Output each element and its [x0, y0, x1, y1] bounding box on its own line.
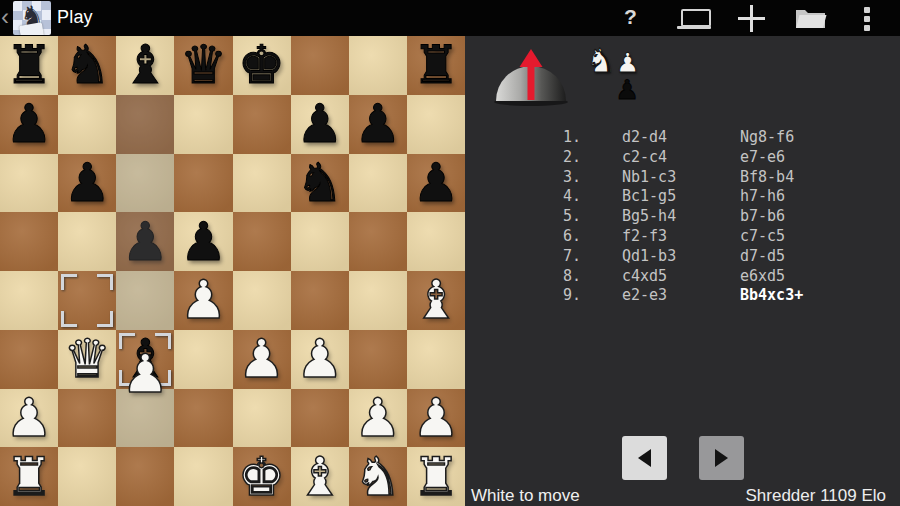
black-move: e7-e6 — [740, 148, 885, 168]
square-e6[interactable] — [233, 154, 291, 213]
square-c8[interactable]: ♝ — [116, 36, 174, 95]
white-move: Bg5-h4 — [622, 207, 740, 227]
white-knight[interactable]: ♞ — [349, 447, 407, 506]
square-h6[interactable]: ♟ — [407, 154, 465, 213]
black-move: d7-d5 — [740, 247, 885, 267]
black-pawn[interactable]: ♟ — [349, 95, 407, 154]
white-move: d2-d4 — [622, 128, 740, 148]
move-number: 6. — [465, 227, 581, 247]
move-row[interactable]: 8.c4xd5e6xd5 — [465, 267, 885, 287]
square-h7[interactable] — [407, 95, 465, 154]
square-g1[interactable]: ♞ — [349, 447, 407, 506]
square-c1[interactable] — [116, 447, 174, 506]
move-number: 7. — [465, 247, 581, 267]
app-logo-icon: ♞ — [13, 1, 51, 35]
square-b1[interactable] — [58, 447, 116, 506]
square-f2[interactable] — [291, 389, 349, 448]
square-g6[interactable] — [349, 154, 407, 213]
black-move: h7-h6 — [740, 187, 885, 207]
square-b3[interactable]: ♛ — [58, 330, 116, 389]
square-c5[interactable]: ♟ — [116, 212, 174, 271]
square-d6[interactable] — [174, 154, 232, 213]
black-move: e6xd5 — [740, 267, 885, 287]
black-pawn[interactable]: ♟ — [291, 95, 349, 154]
square-c7[interactable] — [116, 95, 174, 154]
captured-black-pawn: ♟ — [615, 76, 639, 104]
black-pawn[interactable]: ♟ — [116, 212, 174, 271]
square-e3[interactable]: ♟ — [233, 330, 291, 389]
square-g3[interactable] — [349, 330, 407, 389]
turn-status: White to move — [471, 486, 580, 506]
white-pawn[interactable]: ♟ — [291, 330, 349, 389]
white-bishop[interactable]: ♝ — [407, 271, 465, 330]
move-list: 1.d2-d4Ng8-f62.c2-c4e7-e63.Nb1-c3Bf8-b44… — [465, 128, 885, 306]
move-row[interactable]: 7.Qd1-b3d7-d5 — [465, 247, 885, 267]
move-row[interactable]: 4.Bc1-g5h7-h6 — [465, 187, 885, 207]
square-b2[interactable] — [58, 389, 116, 448]
square-b4[interactable] — [58, 271, 116, 330]
square-e4[interactable] — [233, 271, 291, 330]
white-move: e2-e3 — [622, 286, 740, 306]
white-move: Nb1-c3 — [622, 168, 740, 188]
white-move: Bc1-g5 — [622, 187, 740, 207]
white-move: Qd1-b3 — [622, 247, 740, 267]
move-number: 5. — [465, 207, 581, 227]
white-pawn[interactable]: ♟ — [349, 389, 407, 448]
square-g8[interactable] — [349, 36, 407, 95]
square-d8[interactable]: ♛ — [174, 36, 232, 95]
square-g7[interactable]: ♟ — [349, 95, 407, 154]
white-pawn[interactable]: ♟ — [407, 389, 465, 448]
square-a3[interactable] — [0, 330, 58, 389]
page-title: Play — [57, 7, 93, 28]
open-file-icon[interactable] — [795, 7, 827, 33]
square-h2[interactable]: ♟ — [407, 389, 465, 448]
move-number: 8. — [465, 267, 581, 287]
black-move: c7-c5 — [740, 227, 885, 247]
left-arrow-icon — [638, 449, 651, 467]
move-row[interactable]: 5.Bg5-h4b7-b6 — [465, 207, 885, 227]
captured-by-white: ♟ — [615, 76, 639, 104]
black-queen[interactable]: ♛ — [174, 36, 232, 95]
square-a7[interactable]: ♟ — [0, 95, 58, 154]
square-f7[interactable]: ♟ — [291, 95, 349, 154]
previous-move-button[interactable] — [622, 436, 667, 480]
square-a5[interactable] — [0, 212, 58, 271]
chess-board[interactable]: ♜♞♝♛♚♜♟♟♟♟♞♟♟♟♟♝♛♝♟♟♟♟♟♟♜♚♝♞♜ — [0, 36, 465, 506]
move-number: 1. — [465, 128, 581, 148]
square-h5[interactable] — [407, 212, 465, 271]
move-number: 2. — [465, 148, 581, 168]
square-h4[interactable]: ♝ — [407, 271, 465, 330]
square-f3[interactable]: ♟ — [291, 330, 349, 389]
move-number: 9. — [465, 286, 581, 306]
white-pawn[interactable]: ♟ — [233, 330, 291, 389]
overflow-menu-icon[interactable] — [864, 7, 872, 34]
captured-white-knight: ♞ — [586, 45, 616, 77]
square-d7[interactable] — [174, 95, 232, 154]
white-pawn[interactable]: ♟ — [0, 389, 58, 448]
move-row[interactable]: 6.f2-f3c7-c5 — [465, 227, 885, 247]
black-bishop[interactable]: ♝ — [116, 36, 174, 95]
move-row[interactable]: 9.e2-e3Bb4xc3+ — [465, 286, 885, 306]
square-b6[interactable]: ♟ — [58, 154, 116, 213]
square-h8[interactable]: ♜ — [407, 36, 465, 95]
square-g5[interactable] — [349, 212, 407, 271]
captured-white-pawn: ♟ — [616, 49, 640, 77]
square-e8[interactable]: ♚ — [233, 36, 291, 95]
square-c6[interactable] — [116, 154, 174, 213]
square-f5[interactable] — [291, 212, 349, 271]
square-c4[interactable] — [116, 271, 174, 330]
black-king[interactable]: ♚ — [233, 36, 291, 95]
move-row[interactable]: 2.c2-c4e7-e6 — [465, 148, 885, 168]
square-a6[interactable] — [0, 154, 58, 213]
square-a8[interactable]: ♜ — [0, 36, 58, 95]
side-panel: ♞♟ ♟ 1.d2-d4Ng8-f62.c2-c4e7-e63.Nb1-c3Bf… — [465, 36, 900, 506]
black-rook[interactable]: ♜ — [0, 36, 58, 95]
square-c3[interactable]: ♝♟ — [116, 330, 174, 389]
shredder-chess-app: ‹ ♞ Play ? ♜♞♝♛♚♜♟♟♟♟♞♟♟♟♟♝♛♝♟♟♟♟♟♟♜♚♝♞♜ — [0, 0, 900, 506]
white-rook[interactable]: ♜ — [407, 447, 465, 506]
right-arrow-icon — [715, 449, 728, 467]
white-rook[interactable]: ♜ — [0, 447, 58, 506]
captured-by-black: ♞♟ — [586, 45, 640, 77]
black-move: Bb4xc3+ — [740, 286, 885, 306]
square-h3[interactable] — [407, 330, 465, 389]
gauge-needle-head — [520, 49, 543, 67]
black-pawn[interactable]: ♟ — [0, 95, 58, 154]
move-row[interactable]: 1.d2-d4Ng8-f6 — [465, 128, 885, 148]
help-icon[interactable]: ? — [624, 5, 637, 29]
square-d1[interactable] — [174, 447, 232, 506]
new-game-icon-bar — [750, 5, 753, 32]
white-move: f2-f3 — [622, 227, 740, 247]
white-queen[interactable]: ♛ — [58, 330, 116, 389]
evaluation-gauge — [493, 46, 571, 112]
move-number: 3. — [465, 168, 581, 188]
square-g2[interactable]: ♟ — [349, 389, 407, 448]
gauge-needle-shaft — [528, 63, 535, 100]
back-chevron-icon[interactable]: ‹ — [1, 3, 9, 31]
next-move-button[interactable] — [699, 436, 744, 480]
square-e7[interactable] — [233, 95, 291, 154]
square-a4[interactable] — [0, 271, 58, 330]
square-d2[interactable] — [174, 389, 232, 448]
square-b7[interactable] — [58, 95, 116, 154]
move-highlight-b4 — [58, 271, 116, 330]
black-move: b7-b6 — [740, 207, 885, 227]
white-pawn-animating[interactable]: ♟ — [116, 345, 174, 404]
square-f6[interactable]: ♞ — [291, 154, 349, 213]
white-king[interactable]: ♚ — [233, 447, 291, 506]
square-a2[interactable]: ♟ — [0, 389, 58, 448]
square-h1[interactable]: ♜ — [407, 447, 465, 506]
white-move: c2-c4 — [622, 148, 740, 168]
black-move: Ng8-f6 — [740, 128, 885, 148]
move-row[interactable]: 3.Nb1-c3Bf8-b4 — [465, 168, 885, 188]
black-rook[interactable]: ♜ — [407, 36, 465, 95]
board-setup-icon[interactable] — [681, 9, 711, 27]
white-pawn[interactable]: ♟ — [174, 271, 232, 330]
black-pawn[interactable]: ♟ — [58, 154, 116, 213]
square-d5[interactable]: ♟ — [174, 212, 232, 271]
white-bishop[interactable]: ♝ — [291, 447, 349, 506]
square-d4[interactable]: ♟ — [174, 271, 232, 330]
square-f8[interactable] — [291, 36, 349, 95]
square-a1[interactable]: ♜ — [0, 447, 58, 506]
square-f1[interactable]: ♝ — [291, 447, 349, 506]
move-number: 4. — [465, 187, 581, 207]
square-g4[interactable] — [349, 271, 407, 330]
square-d3[interactable] — [174, 330, 232, 389]
top-bar: ‹ ♞ Play ? — [0, 0, 900, 36]
white-move: c4xd5 — [622, 267, 740, 287]
square-f4[interactable] — [291, 271, 349, 330]
black-pawn[interactable]: ♟ — [174, 212, 232, 271]
black-knight[interactable]: ♞ — [58, 36, 116, 95]
square-b5[interactable] — [58, 212, 116, 271]
square-e5[interactable] — [233, 212, 291, 271]
black-pawn[interactable]: ♟ — [407, 154, 465, 213]
engine-elo-status: Shredder 1109 Elo — [745, 486, 886, 506]
square-b8[interactable]: ♞ — [58, 36, 116, 95]
square-e2[interactable] — [233, 389, 291, 448]
board-setup-icon-base — [677, 26, 711, 29]
black-knight[interactable]: ♞ — [291, 154, 349, 213]
square-e1[interactable]: ♚ — [233, 447, 291, 506]
black-move: Bf8-b4 — [740, 168, 885, 188]
